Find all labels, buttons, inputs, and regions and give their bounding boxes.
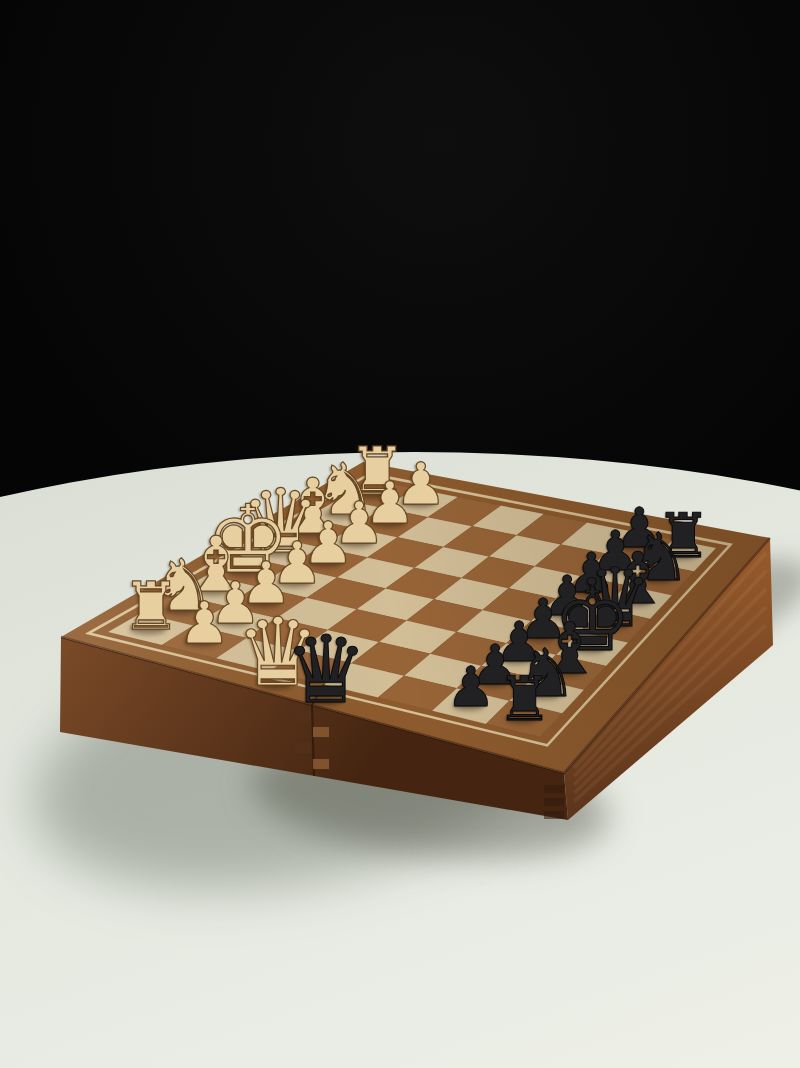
piece-black-rook-h8: ♜ <box>494 668 555 729</box>
chess-photo-scene: ♜♟♞♟♝♟♟♛♜♟♟♚♞♟♝♟♟♝♞♟♟♛♜♟♟♚♟♝♟♛♞♛♟♜ <box>0 0 800 1068</box>
piece-layer: ♜♟♞♟♝♟♟♛♜♟♟♚♞♟♝♟♟♝♞♟♟♛♜♟♟♚♟♝♟♛♞♛♟♜ <box>0 0 800 1068</box>
piece-black-pawn-h7: ♟ <box>444 660 499 715</box>
piece-white-rook-h1: ♜ <box>118 574 184 640</box>
piece-white-pawn-h2: ♟ <box>175 594 233 652</box>
spare-black-queen: ♛ <box>280 623 373 716</box>
